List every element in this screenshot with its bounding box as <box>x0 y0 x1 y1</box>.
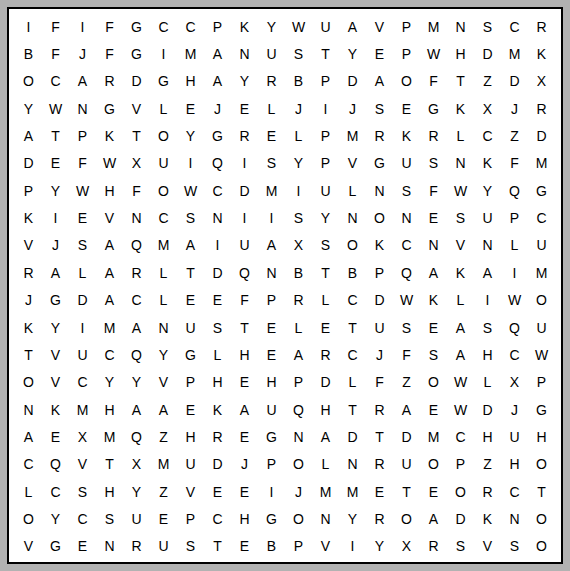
grid-cell[interactable]: A <box>258 232 285 259</box>
grid-cell[interactable]: E <box>420 478 447 505</box>
grid-cell[interactable]: J <box>15 287 42 314</box>
grid-cell[interactable]: A <box>474 259 501 286</box>
grid-cell[interactable]: O <box>15 369 42 396</box>
grid-cell[interactable]: E <box>204 287 231 314</box>
grid-cell[interactable]: C <box>447 423 474 450</box>
grid-cell[interactable]: N <box>96 533 123 560</box>
grid-cell[interactable]: G <box>258 423 285 450</box>
grid-cell[interactable]: G <box>528 396 555 423</box>
grid-cell[interactable]: H <box>177 423 204 450</box>
grid-cell[interactable]: O <box>528 287 555 314</box>
grid-cell[interactable]: R <box>366 451 393 478</box>
grid-cell[interactable]: V <box>474 533 501 560</box>
grid-cell[interactable]: L <box>150 259 177 286</box>
grid-cell[interactable]: S <box>69 478 96 505</box>
grid-cell[interactable]: C <box>42 68 69 95</box>
grid-cell[interactable]: H <box>231 341 258 368</box>
grid-cell[interactable]: Z <box>474 68 501 95</box>
grid-cell[interactable]: N <box>150 314 177 341</box>
grid-cell[interactable]: Y <box>42 314 69 341</box>
grid-cell[interactable]: P <box>528 369 555 396</box>
grid-cell[interactable]: C <box>69 369 96 396</box>
grid-cell[interactable]: N <box>204 204 231 231</box>
grid-cell[interactable]: Y <box>123 369 150 396</box>
grid-cell[interactable]: A <box>366 68 393 95</box>
grid-cell[interactable]: A <box>96 259 123 286</box>
grid-cell[interactable]: K <box>528 40 555 67</box>
grid-cell[interactable]: K <box>474 150 501 177</box>
grid-cell[interactable]: L <box>150 95 177 122</box>
grid-cell[interactable]: N <box>258 259 285 286</box>
grid-cell[interactable]: F <box>393 341 420 368</box>
grid-cell[interactable]: F <box>231 287 258 314</box>
grid-cell[interactable]: A <box>69 68 96 95</box>
grid-cell[interactable]: I <box>69 314 96 341</box>
grid-cell[interactable]: D <box>231 177 258 204</box>
grid-cell[interactable]: E <box>366 478 393 505</box>
grid-cell[interactable]: H <box>204 369 231 396</box>
grid-cell[interactable]: N <box>447 150 474 177</box>
grid-cell[interactable]: D <box>312 369 339 396</box>
grid-cell[interactable]: R <box>285 287 312 314</box>
grid-cell[interactable]: O <box>528 451 555 478</box>
grid-cell[interactable]: K <box>231 13 258 40</box>
grid-cell[interactable]: R <box>366 396 393 423</box>
grid-cell[interactable]: X <box>528 68 555 95</box>
grid-cell[interactable]: Z <box>474 451 501 478</box>
grid-cell[interactable]: R <box>474 478 501 505</box>
grid-cell[interactable]: T <box>123 122 150 149</box>
grid-cell[interactable]: P <box>177 369 204 396</box>
grid-cell[interactable]: K <box>420 287 447 314</box>
grid-cell[interactable]: E <box>231 423 258 450</box>
grid-cell[interactable]: T <box>528 478 555 505</box>
grid-cell[interactable]: M <box>96 314 123 341</box>
grid-cell[interactable]: A <box>204 40 231 67</box>
grid-cell[interactable]: N <box>501 505 528 532</box>
grid-cell[interactable]: A <box>123 396 150 423</box>
grid-cell[interactable]: I <box>339 533 366 560</box>
grid-cell[interactable]: F <box>96 40 123 67</box>
grid-cell[interactable]: T <box>339 314 366 341</box>
grid-cell[interactable]: D <box>204 451 231 478</box>
grid-cell[interactable]: C <box>501 478 528 505</box>
grid-cell[interactable]: J <box>366 341 393 368</box>
grid-cell[interactable]: O <box>15 68 42 95</box>
grid-cell[interactable]: E <box>393 95 420 122</box>
grid-cell[interactable]: V <box>150 369 177 396</box>
grid-cell[interactable]: A <box>420 505 447 532</box>
grid-cell[interactable]: I <box>231 150 258 177</box>
grid-cell[interactable]: C <box>204 177 231 204</box>
grid-cell[interactable]: Q <box>501 314 528 341</box>
grid-cell[interactable]: L <box>285 314 312 341</box>
grid-cell[interactable]: A <box>15 122 42 149</box>
grid-cell[interactable]: X <box>393 533 420 560</box>
grid-cell[interactable]: J <box>501 396 528 423</box>
grid-cell[interactable]: S <box>177 533 204 560</box>
grid-cell[interactable]: E <box>231 369 258 396</box>
grid-cell[interactable]: X <box>501 369 528 396</box>
grid-cell[interactable]: K <box>447 259 474 286</box>
grid-cell[interactable]: C <box>177 13 204 40</box>
grid-cell[interactable]: F <box>42 13 69 40</box>
grid-cell[interactable]: E <box>150 505 177 532</box>
grid-cell[interactable]: P <box>393 13 420 40</box>
grid-cell[interactable]: G <box>258 505 285 532</box>
grid-cell[interactable]: U <box>69 341 96 368</box>
grid-cell[interactable]: M <box>150 232 177 259</box>
grid-cell[interactable]: R <box>123 259 150 286</box>
grid-cell[interactable]: E <box>420 314 447 341</box>
grid-cell[interactable]: S <box>393 177 420 204</box>
grid-cell[interactable]: Y <box>42 177 69 204</box>
grid-cell[interactable]: H <box>258 369 285 396</box>
grid-cell[interactable]: C <box>501 13 528 40</box>
grid-cell[interactable]: D <box>366 287 393 314</box>
grid-cell[interactable]: E <box>420 204 447 231</box>
grid-cell[interactable]: T <box>15 341 42 368</box>
grid-cell[interactable]: N <box>420 232 447 259</box>
grid-cell[interactable]: R <box>420 122 447 149</box>
grid-cell[interactable]: Q <box>123 341 150 368</box>
grid-cell[interactable]: U <box>528 232 555 259</box>
grid-cell[interactable]: U <box>312 177 339 204</box>
grid-cell[interactable]: A <box>123 314 150 341</box>
grid-cell[interactable]: D <box>123 68 150 95</box>
grid-cell[interactable]: Q <box>42 451 69 478</box>
grid-cell[interactable]: L <box>312 287 339 314</box>
grid-cell[interactable]: F <box>69 150 96 177</box>
grid-cell[interactable]: T <box>204 533 231 560</box>
grid-cell[interactable]: P <box>366 259 393 286</box>
grid-cell[interactable]: I <box>474 287 501 314</box>
grid-cell[interactable]: W <box>393 287 420 314</box>
grid-cell[interactable]: I <box>150 40 177 67</box>
grid-cell[interactable]: A <box>177 232 204 259</box>
grid-cell[interactable]: R <box>231 122 258 149</box>
grid-cell[interactable]: E <box>231 478 258 505</box>
grid-cell[interactable]: U <box>312 13 339 40</box>
grid-cell[interactable]: Q <box>501 177 528 204</box>
grid-cell[interactable]: H <box>96 177 123 204</box>
grid-cell[interactable]: S <box>366 95 393 122</box>
grid-cell[interactable]: Q <box>285 396 312 423</box>
grid-cell[interactable]: M <box>339 122 366 149</box>
grid-cell[interactable]: E <box>42 423 69 450</box>
grid-cell[interactable]: O <box>393 68 420 95</box>
grid-cell[interactable]: Y <box>339 505 366 532</box>
grid-cell[interactable]: T <box>96 451 123 478</box>
grid-cell[interactable]: C <box>204 505 231 532</box>
grid-cell[interactable]: L <box>339 369 366 396</box>
grid-cell[interactable]: E <box>366 40 393 67</box>
grid-cell[interactable]: Q <box>123 423 150 450</box>
grid-cell[interactable]: F <box>366 369 393 396</box>
grid-cell[interactable]: R <box>258 68 285 95</box>
grid-cell[interactable]: V <box>15 533 42 560</box>
grid-cell[interactable]: O <box>393 505 420 532</box>
grid-cell[interactable]: U <box>150 150 177 177</box>
grid-cell[interactable]: G <box>150 68 177 95</box>
grid-cell[interactable]: V <box>123 95 150 122</box>
grid-cell[interactable]: M <box>150 451 177 478</box>
grid-cell[interactable]: J <box>501 95 528 122</box>
grid-cell[interactable]: I <box>258 204 285 231</box>
grid-cell[interactable]: U <box>258 40 285 67</box>
grid-cell[interactable]: N <box>15 396 42 423</box>
grid-cell[interactable]: J <box>231 451 258 478</box>
grid-cell[interactable]: C <box>339 341 366 368</box>
grid-cell[interactable]: M <box>177 40 204 67</box>
grid-cell[interactable]: W <box>96 150 123 177</box>
grid-cell[interactable]: H <box>528 423 555 450</box>
grid-cell[interactable]: A <box>15 423 42 450</box>
grid-cell[interactable]: A <box>96 232 123 259</box>
grid-cell[interactable]: E <box>177 95 204 122</box>
grid-cell[interactable]: J <box>285 95 312 122</box>
grid-cell[interactable]: M <box>528 150 555 177</box>
grid-cell[interactable]: S <box>69 232 96 259</box>
grid-cell[interactable]: H <box>231 505 258 532</box>
grid-cell[interactable]: P <box>447 451 474 478</box>
grid-cell[interactable]: D <box>15 150 42 177</box>
grid-cell[interactable]: N <box>393 204 420 231</box>
grid-cell[interactable]: S <box>420 341 447 368</box>
grid-cell[interactable]: U <box>393 150 420 177</box>
grid-cell[interactable]: S <box>204 314 231 341</box>
grid-cell[interactable]: V <box>42 341 69 368</box>
grid-cell[interactable]: F <box>42 40 69 67</box>
grid-cell[interactable]: Y <box>258 13 285 40</box>
grid-cell[interactable]: B <box>285 259 312 286</box>
grid-cell[interactable]: C <box>339 287 366 314</box>
grid-cell[interactable]: A <box>393 396 420 423</box>
grid-cell[interactable]: K <box>447 95 474 122</box>
grid-cell[interactable]: F <box>123 177 150 204</box>
grid-cell[interactable]: G <box>42 287 69 314</box>
grid-cell[interactable]: I <box>69 13 96 40</box>
grid-cell[interactable]: M <box>96 423 123 450</box>
grid-cell[interactable]: P <box>15 177 42 204</box>
grid-cell[interactable]: W <box>501 287 528 314</box>
grid-cell[interactable]: E <box>177 287 204 314</box>
grid-cell[interactable]: S <box>474 314 501 341</box>
grid-cell[interactable]: S <box>285 40 312 67</box>
grid-cell[interactable]: Z <box>150 478 177 505</box>
grid-cell[interactable]: I <box>15 13 42 40</box>
grid-cell[interactable]: Z <box>150 423 177 450</box>
grid-cell[interactable]: U <box>258 396 285 423</box>
grid-cell[interactable]: T <box>42 122 69 149</box>
grid-cell[interactable]: L <box>258 95 285 122</box>
grid-cell[interactable]: Q <box>204 150 231 177</box>
grid-cell[interactable]: I <box>177 150 204 177</box>
grid-cell[interactable]: O <box>447 478 474 505</box>
grid-cell[interactable]: S <box>177 204 204 231</box>
grid-cell[interactable]: X <box>69 423 96 450</box>
grid-cell[interactable]: D <box>393 423 420 450</box>
grid-cell[interactable]: S <box>474 13 501 40</box>
grid-cell[interactable]: A <box>96 287 123 314</box>
grid-cell[interactable]: Q <box>231 259 258 286</box>
grid-cell[interactable]: M <box>258 177 285 204</box>
grid-cell[interactable]: D <box>339 68 366 95</box>
grid-cell[interactable]: P <box>285 533 312 560</box>
grid-cell[interactable]: A <box>447 314 474 341</box>
grid-cell[interactable]: Q <box>123 232 150 259</box>
grid-cell[interactable]: V <box>177 478 204 505</box>
grid-cell[interactable]: R <box>204 423 231 450</box>
grid-cell[interactable]: N <box>312 505 339 532</box>
grid-cell[interactable]: B <box>15 40 42 67</box>
grid-cell[interactable]: N <box>447 13 474 40</box>
grid-cell[interactable]: L <box>447 287 474 314</box>
grid-cell[interactable]: U <box>474 204 501 231</box>
grid-cell[interactable]: P <box>285 369 312 396</box>
grid-cell[interactable]: Y <box>42 505 69 532</box>
grid-cell[interactable]: D <box>339 423 366 450</box>
grid-cell[interactable]: E <box>420 396 447 423</box>
grid-cell[interactable]: E <box>177 396 204 423</box>
grid-cell[interactable]: F <box>420 177 447 204</box>
grid-cell[interactable]: C <box>69 505 96 532</box>
grid-cell[interactable]: M <box>420 423 447 450</box>
grid-cell[interactable]: I <box>42 204 69 231</box>
grid-cell[interactable]: L <box>474 369 501 396</box>
grid-cell[interactable]: K <box>15 204 42 231</box>
grid-cell[interactable]: C <box>123 287 150 314</box>
grid-cell[interactable]: P <box>501 204 528 231</box>
grid-cell[interactable]: Z <box>393 369 420 396</box>
grid-cell[interactable]: W <box>447 177 474 204</box>
grid-cell[interactable]: P <box>312 122 339 149</box>
grid-cell[interactable]: B <box>339 259 366 286</box>
grid-cell[interactable]: P <box>393 40 420 67</box>
grid-cell[interactable]: H <box>312 396 339 423</box>
grid-cell[interactable]: D <box>69 287 96 314</box>
grid-cell[interactable]: O <box>528 505 555 532</box>
grid-cell[interactable]: B <box>285 68 312 95</box>
grid-cell[interactable]: H <box>96 478 123 505</box>
grid-cell[interactable]: E <box>231 95 258 122</box>
grid-cell[interactable]: U <box>231 232 258 259</box>
grid-cell[interactable]: Y <box>177 122 204 149</box>
grid-cell[interactable]: H <box>474 423 501 450</box>
grid-cell[interactable]: O <box>285 451 312 478</box>
grid-cell[interactable]: Y <box>312 204 339 231</box>
grid-cell[interactable]: G <box>420 95 447 122</box>
grid-cell[interactable]: S <box>501 533 528 560</box>
grid-cell[interactable]: M <box>312 478 339 505</box>
grid-cell[interactable]: N <box>339 451 366 478</box>
grid-cell[interactable]: U <box>501 423 528 450</box>
grid-cell[interactable]: Z <box>501 122 528 149</box>
grid-cell[interactable]: I <box>285 177 312 204</box>
grid-cell[interactable]: N <box>285 423 312 450</box>
grid-cell[interactable]: U <box>528 314 555 341</box>
grid-cell[interactable]: V <box>96 204 123 231</box>
grid-cell[interactable]: A <box>339 13 366 40</box>
grid-cell[interactable]: O <box>366 204 393 231</box>
grid-cell[interactable]: G <box>204 122 231 149</box>
grid-cell[interactable]: O <box>285 505 312 532</box>
grid-cell[interactable]: R <box>15 259 42 286</box>
grid-cell[interactable]: H <box>96 396 123 423</box>
grid-cell[interactable]: R <box>528 95 555 122</box>
grid-cell[interactable]: R <box>312 341 339 368</box>
grid-cell[interactable]: C <box>150 13 177 40</box>
grid-cell[interactable]: N <box>231 40 258 67</box>
grid-cell[interactable]: G <box>96 95 123 122</box>
grid-cell[interactable]: D <box>528 122 555 149</box>
grid-cell[interactable]: R <box>420 533 447 560</box>
grid-cell[interactable]: C <box>501 341 528 368</box>
grid-cell[interactable]: O <box>420 451 447 478</box>
grid-cell[interactable]: W <box>69 177 96 204</box>
grid-cell[interactable]: L <box>150 287 177 314</box>
grid-cell[interactable]: E <box>312 314 339 341</box>
grid-cell[interactable]: H <box>177 68 204 95</box>
grid-cell[interactable]: D <box>447 505 474 532</box>
grid-cell[interactable]: J <box>69 40 96 67</box>
grid-cell[interactable]: S <box>393 314 420 341</box>
grid-cell[interactable]: K <box>474 505 501 532</box>
grid-cell[interactable]: Y <box>123 478 150 505</box>
grid-cell[interactable]: E <box>258 341 285 368</box>
grid-cell[interactable]: R <box>366 505 393 532</box>
grid-cell[interactable]: S <box>447 204 474 231</box>
grid-cell[interactable]: C <box>15 451 42 478</box>
grid-cell[interactable]: O <box>150 177 177 204</box>
grid-cell[interactable]: A <box>204 68 231 95</box>
grid-cell[interactable]: H <box>474 341 501 368</box>
grid-cell[interactable]: O <box>528 533 555 560</box>
grid-cell[interactable]: L <box>339 177 366 204</box>
grid-cell[interactable]: K <box>96 122 123 149</box>
grid-cell[interactable]: H <box>447 40 474 67</box>
grid-cell[interactable]: W <box>285 13 312 40</box>
grid-cell[interactable]: Y <box>150 341 177 368</box>
grid-cell[interactable]: N <box>123 204 150 231</box>
grid-cell[interactable]: A <box>42 259 69 286</box>
grid-cell[interactable]: T <box>447 68 474 95</box>
grid-cell[interactable]: S <box>258 150 285 177</box>
grid-cell[interactable]: A <box>447 341 474 368</box>
grid-cell[interactable]: U <box>177 314 204 341</box>
grid-cell[interactable]: K <box>393 122 420 149</box>
grid-cell[interactable]: S <box>447 533 474 560</box>
grid-cell[interactable]: G <box>177 341 204 368</box>
grid-cell[interactable]: I <box>312 95 339 122</box>
grid-cell[interactable]: V <box>447 232 474 259</box>
grid-cell[interactable]: S <box>96 505 123 532</box>
grid-cell[interactable]: J <box>339 95 366 122</box>
grid-cell[interactable]: S <box>420 150 447 177</box>
grid-cell[interactable]: Y <box>474 177 501 204</box>
grid-cell[interactable]: U <box>177 451 204 478</box>
grid-cell[interactable]: O <box>15 505 42 532</box>
grid-cell[interactable]: M <box>69 396 96 423</box>
grid-cell[interactable]: X <box>123 150 150 177</box>
grid-cell[interactable]: M <box>528 259 555 286</box>
grid-cell[interactable]: X <box>474 95 501 122</box>
grid-cell[interactable]: X <box>123 451 150 478</box>
grid-cell[interactable]: Q <box>393 259 420 286</box>
grid-cell[interactable]: D <box>474 396 501 423</box>
grid-cell[interactable]: I <box>501 259 528 286</box>
grid-cell[interactable]: C <box>150 204 177 231</box>
